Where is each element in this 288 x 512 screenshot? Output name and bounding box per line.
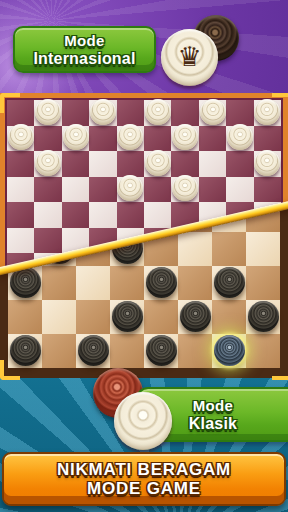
board-square[interactable] (254, 126, 281, 152)
checker-piece[interactable] (200, 99, 226, 125)
board-square[interactable] (144, 202, 171, 228)
mode-internasional-line1: Mode (64, 32, 104, 49)
board-square[interactable] (34, 228, 61, 254)
checker-piece-selected[interactable] (214, 335, 245, 366)
checker-piece[interactable] (145, 99, 171, 125)
board-square[interactable] (89, 177, 116, 203)
gold-corner-bracket-bottom-left (0, 360, 20, 380)
board-square[interactable] (89, 202, 116, 228)
checker-piece[interactable] (146, 335, 177, 366)
board-square[interactable] (226, 151, 253, 177)
board-square[interactable] (144, 177, 171, 203)
board-square[interactable] (62, 100, 89, 126)
board-square[interactable] (199, 177, 226, 203)
decor-white-crown-checker-piece: ♛ (161, 29, 218, 86)
board-square[interactable] (212, 232, 246, 266)
board-square[interactable] (246, 266, 280, 300)
mode-internasional-badge[interactable]: Mode Internasional (13, 26, 156, 73)
board-square[interactable] (117, 202, 144, 228)
board-square[interactable] (226, 100, 253, 126)
board-square[interactable] (199, 151, 226, 177)
board-square[interactable] (7, 177, 34, 203)
board-square[interactable] (34, 202, 61, 228)
checker-piece[interactable] (248, 301, 279, 332)
checker-piece[interactable] (8, 124, 34, 150)
mode-klasik-line2: Klasik (189, 414, 237, 433)
checker-piece[interactable] (63, 124, 89, 150)
checker-piece[interactable] (214, 267, 245, 298)
checker-piece[interactable] (254, 150, 280, 176)
board-square[interactable] (199, 126, 226, 152)
board-square[interactable] (144, 300, 178, 334)
board-square[interactable] (42, 266, 76, 300)
promo-banner-line2: MODE GAME (87, 479, 201, 498)
board-square[interactable] (62, 202, 89, 228)
decor-white-checker-piece (114, 392, 172, 450)
gold-corner-bracket-bottom-right (272, 360, 288, 380)
gold-corner-bracket-top-right (272, 93, 288, 113)
board-square[interactable] (34, 177, 61, 203)
board-square[interactable] (171, 151, 198, 177)
promo-banner: NIKMATI BERAGAM MODE GAME (2, 452, 286, 506)
board-square[interactable] (117, 100, 144, 126)
checker-piece[interactable] (180, 301, 211, 332)
board-square[interactable] (144, 126, 171, 152)
screenshot-root: Mode Internasional ♛ Mode Klasik NIKMATI… (0, 0, 288, 512)
checker-piece[interactable] (35, 150, 61, 176)
promo-banner-line1: NIKMATI BERAGAM (57, 460, 231, 479)
checker-piece[interactable] (35, 99, 61, 125)
checker-piece[interactable] (78, 335, 109, 366)
board-square[interactable] (178, 266, 212, 300)
board-square[interactable] (89, 151, 116, 177)
crown-icon: ♛ (161, 29, 218, 86)
board-square[interactable] (110, 334, 144, 368)
board-square[interactable] (178, 232, 212, 266)
gold-corner-bracket-top-left (0, 93, 20, 113)
board-square[interactable] (7, 151, 34, 177)
checker-piece[interactable] (145, 150, 171, 176)
board-square[interactable] (7, 202, 34, 228)
board-square[interactable] (254, 177, 281, 203)
board-square[interactable] (89, 126, 116, 152)
board-square[interactable] (42, 300, 76, 334)
mode-klasik-line1: Mode (193, 397, 233, 414)
board-square[interactable] (7, 228, 34, 254)
board-square[interactable] (178, 334, 212, 368)
board-square[interactable] (34, 126, 61, 152)
checker-piece[interactable] (227, 124, 253, 150)
board-square[interactable] (76, 300, 110, 334)
board-square[interactable] (246, 232, 280, 266)
checker-piece[interactable] (146, 267, 177, 298)
board-square[interactable] (212, 300, 246, 334)
board-square[interactable] (76, 266, 110, 300)
board-square[interactable] (8, 300, 42, 334)
board-square[interactable] (62, 151, 89, 177)
board-square[interactable] (171, 100, 198, 126)
board-square[interactable] (110, 266, 144, 300)
board-square[interactable] (117, 151, 144, 177)
checker-piece[interactable] (112, 301, 143, 332)
board-square[interactable] (62, 177, 89, 203)
mode-internasional-line2: Internasional (33, 49, 135, 68)
checker-piece[interactable] (90, 99, 116, 125)
board-square[interactable] (42, 334, 76, 368)
board-square[interactable] (226, 177, 253, 203)
